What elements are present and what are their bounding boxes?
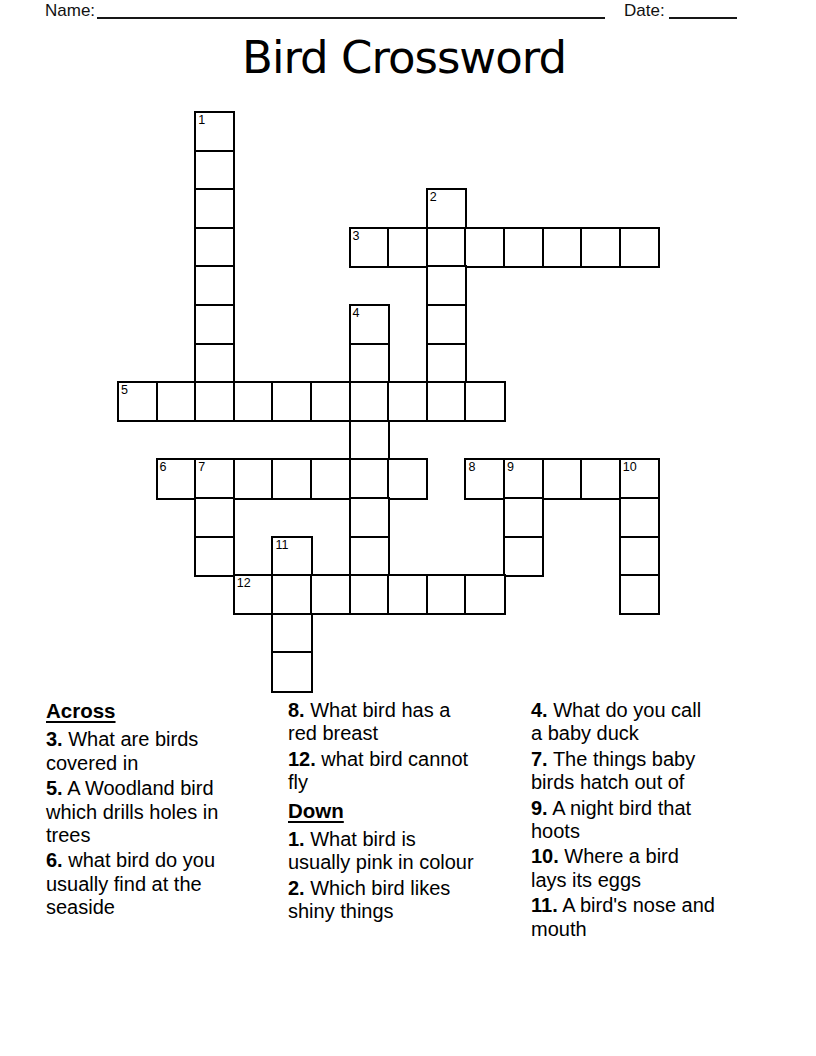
name-label: Name: [45,1,95,21]
clue-11-down-line-1: 11. A bird's nose and [531,894,793,917]
cell-number-1: 1 [198,114,205,126]
cell-number-3: 3 [353,230,360,242]
clue-6-across-line-3: seaside [46,896,284,919]
grid-cell-r11c6[interactable] [349,536,390,577]
grid-cell-r4c2[interactable] [194,265,235,306]
clue-10-down-line-1: 10. Where a bird [531,845,793,868]
grid-cell-r3c2[interactable] [194,227,235,268]
grid-cell-r1c2[interactable] [194,150,235,191]
grid-cell-r3c13[interactable] [619,227,660,268]
grid-cell-r2c2[interactable] [194,188,235,229]
grid-cell-r7c2[interactable] [194,381,235,422]
grid-cell-r11c13[interactable] [619,536,660,577]
clue-number-label: 5. [46,777,63,799]
clue-6-across: 6. what bird do youusually find at these… [46,849,284,919]
grid-cell-r10c6[interactable] [349,497,390,538]
clue-number-label: 11. [531,894,558,916]
clue-3-across: 3. What are birdscovered in [46,728,284,775]
grid-cell-r9c1[interactable]: 6 [156,458,197,499]
clue-4-down-line-1: 4. What do you call [531,699,793,722]
grid-cell-r11c4[interactable]: 11 [271,536,312,577]
grid-cell-r11c10[interactable] [503,536,544,577]
grid-cell-r9c13[interactable]: 10 [619,458,660,499]
cell-number-2: 2 [430,191,437,203]
cell-number-11: 11 [275,539,288,551]
clue-7-down-line-2: birds hatch out of [531,771,793,794]
clues-down-header: Down [288,799,528,822]
clue-number-label: 2. [288,877,305,899]
clue-number-label: 10. [531,845,559,867]
clue-5-across-line-3: trees [46,824,284,847]
grid-cell-r3c8[interactable] [426,227,467,268]
grid-cell-r9c5[interactable] [310,458,351,499]
grid-cell-r9c2[interactable]: 7 [194,458,235,499]
grid-cell-r12c9[interactable] [464,574,505,615]
grid-cell-r7c5[interactable] [310,381,351,422]
clue-number-label: 9. [531,797,548,819]
cell-number-4: 4 [353,307,360,319]
clue-5-across: 5. A Woodland birdwhich drills holes int… [46,777,284,847]
clue-7-down: 7. The things babybirds hatch out of [531,748,793,795]
page-title: Bird Crossword [0,33,808,83]
clues-across-header: Across [46,699,284,722]
clue-number-label: 4. [531,699,548,721]
clue-2-down-line-1: 2. Which bird likes [288,877,528,900]
grid-cell-r12c7[interactable] [387,574,428,615]
cell-number-9: 9 [507,461,514,473]
grid-cell-r11c2[interactable] [194,536,235,577]
clue-3-across-line-2: covered in [46,752,284,775]
clue-6-across-line-2: usually find at the [46,873,284,896]
grid-cell-r7c7[interactable] [387,381,428,422]
clue-11-down-line-2: mouth [531,918,793,941]
grid-cell-r12c3[interactable]: 12 [233,574,274,615]
clue-9-down: 9. A night bird thathoots [531,797,793,844]
clue-2-down-line-2: shiny things [288,900,528,923]
grid-cell-r9c7[interactable] [387,458,428,499]
clue-12-across: 12. what bird cannotfly [288,748,528,795]
grid-cell-r3c11[interactable] [542,227,583,268]
clue-4-down-line-2: a baby duck [531,722,793,745]
grid-cell-r9c11[interactable] [542,458,583,499]
clue-9-down-line-1: 9. A night bird that [531,797,793,820]
grid-cell-r9c3[interactable] [233,458,274,499]
grid-cell-r12c8[interactable] [426,574,467,615]
grid-cell-r7c3[interactable] [233,381,274,422]
grid-cell-r6c8[interactable] [426,343,467,384]
clue-3-across-line-1: 3. What are birds [46,728,284,751]
date-blank-line [669,0,737,19]
clue-column-2: 8. What bird has ared breast12. what bir… [288,699,528,926]
grid-cell-r8c6[interactable] [349,420,390,461]
clue-7-down-line-1: 7. The things baby [531,748,793,771]
grid-cell-r2c8[interactable]: 2 [426,188,467,229]
clue-10-down-line-2: lays its eggs [531,869,793,892]
clue-12-across-line-2: fly [288,771,528,794]
clue-column-1: Across3. What are birdscovered in5. A Wo… [46,699,284,922]
grid-cell-r7c9[interactable] [464,381,505,422]
clue-10-down: 10. Where a birdlays its eggs [531,845,793,892]
grid-cell-r12c13[interactable] [619,574,660,615]
grid-cell-r7c1[interactable] [156,381,197,422]
clue-number-label: 6. [46,849,63,871]
grid-cell-r3c10[interactable] [503,227,544,268]
cell-number-10: 10 [623,461,637,473]
clue-number-label: 3. [46,728,63,750]
grid-cell-r10c2[interactable] [194,497,235,538]
grid-cell-r7c4[interactable] [271,381,312,422]
cell-number-8: 8 [468,461,475,473]
grid-cell-r10c10[interactable] [503,497,544,538]
grid-cell-r12c4[interactable] [271,574,312,615]
grid-cell-r13c4[interactable] [271,613,312,654]
clue-column-3: 4. What do you calla baby duck7. The thi… [531,699,793,943]
grid-cell-r9c6[interactable] [349,458,390,499]
grid-cell-r12c6[interactable] [349,574,390,615]
name-blank-line [97,0,605,19]
date-label: Date: [624,1,665,21]
grid-cell-r4c8[interactable] [426,265,467,306]
clue-8-across: 8. What bird has ared breast [288,699,528,746]
grid-cell-r9c12[interactable] [580,458,621,499]
grid-cell-r7c8[interactable] [426,381,467,422]
clue-number-label: 1. [288,828,305,850]
clue-4-down: 4. What do you calla baby duck [531,699,793,746]
clue-11-down: 11. A bird's nose andmouth [531,894,793,941]
grid-cell-r6c2[interactable] [194,343,235,384]
clue-number-label: 12. [288,748,316,770]
grid-cell-r3c7[interactable] [387,227,428,268]
cell-number-6: 6 [160,461,167,473]
clue-1-down-line-1: 1. What bird is [288,828,528,851]
clue-1-down-line-2: usually pink in colour [288,851,528,874]
grid-cell-r3c12[interactable] [580,227,621,268]
clue-number-label: 7. [531,748,548,770]
grid-cell-r7c0[interactable]: 5 [117,381,158,422]
grid-cell-r9c4[interactable] [271,458,312,499]
clue-9-down-line-2: hoots [531,820,793,843]
clue-8-across-line-2: red breast [288,722,528,745]
grid-cell-r3c9[interactable] [464,227,505,268]
grid-cell-r10c13[interactable] [619,497,660,538]
grid-cell-r3c6[interactable]: 3 [349,227,390,268]
cell-number-7: 7 [198,461,205,473]
clue-number-label: 8. [288,699,305,721]
clue-5-across-line-1: 5. A Woodland bird [46,777,284,800]
cell-number-12: 12 [237,577,251,589]
grid-cell-r5c2[interactable] [194,304,235,345]
grid-cell-r6c6[interactable] [349,343,390,384]
grid-cell-r12c5[interactable] [310,574,351,615]
clue-6-across-line-1: 6. what bird do you [46,849,284,872]
clue-12-across-line-1: 12. what bird cannot [288,748,528,771]
grid-cell-r0c2[interactable]: 1 [194,111,235,152]
grid-cell-r9c10[interactable]: 9 [503,458,544,499]
clue-5-across-line-2: which drills holes in [46,801,284,824]
crossword-grid: 123456789101112 [117,111,660,693]
clue-8-across-line-1: 8. What bird has a [288,699,528,722]
grid-cell-r5c8[interactable] [426,304,467,345]
grid-cell-r7c6[interactable] [349,381,390,422]
grid-cell-r9c9[interactable]: 8 [464,458,505,499]
grid-cell-r14c4[interactable] [271,651,312,692]
grid-cell-r5c6[interactable]: 4 [349,304,390,345]
cell-number-5: 5 [121,384,128,396]
clue-2-down: 2. Which bird likesshiny things [288,877,528,924]
clue-1-down: 1. What bird isusually pink in colour [288,828,528,875]
